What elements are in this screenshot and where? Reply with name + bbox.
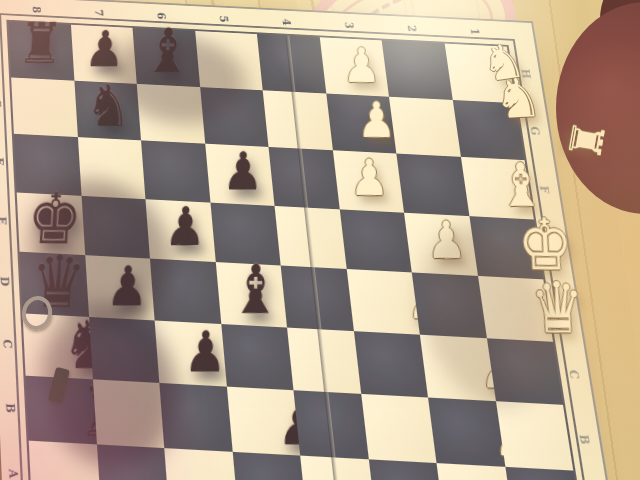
square-f2 (396, 154, 468, 216)
white-queen-d1: ♛ (529, 273, 586, 344)
white-pawn-e2: ♟ (426, 215, 467, 267)
square-a7 (96, 444, 169, 480)
square-c4 (287, 327, 361, 394)
square-g3: ♟ (326, 93, 397, 153)
board-grid: ♜♟♝♟♞♟♟♟♝♚♟♟♚♛♟♝♟♛♞♟♟♜♟♟♟ (6, 20, 586, 480)
board-side-rail (0, 0, 5, 480)
square-c7 (89, 316, 160, 383)
square-e7 (81, 195, 150, 258)
black-bishop-d5: ♝ (229, 257, 282, 325)
square-f3: ♟ (332, 150, 404, 212)
square-g1 (452, 99, 524, 160)
square-g4 (263, 90, 333, 150)
square-e1: ♚ (469, 216, 543, 280)
square-h6: ♝ (133, 28, 200, 87)
square-c2: ♟ (420, 334, 496, 401)
square-h3: ♟ (319, 37, 389, 96)
black-king-e8: ♚ (25, 184, 84, 255)
square-h4 (257, 34, 326, 93)
square-c3 (353, 331, 428, 398)
square-d1: ♛ (477, 276, 553, 341)
white-pawn-f3: ♟ (350, 153, 390, 203)
square-c5 (221, 324, 294, 391)
square-e4 (275, 205, 347, 268)
white-king-e1: ♚ (517, 209, 575, 280)
black-pawn-e6: ♟ (163, 200, 206, 254)
square-d2 (412, 272, 487, 337)
black-pawn-c6: ♟ (183, 324, 227, 381)
white-pawn-h3: ♟ (343, 42, 381, 90)
square-g6 (137, 83, 205, 143)
square-a4 (300, 455, 376, 480)
square-c6: ♟ (155, 320, 227, 387)
square-d7: ♟ (85, 255, 155, 320)
square-d4 (281, 265, 354, 330)
square-h2 (382, 40, 453, 99)
black-pawn-d7: ♟ (106, 259, 150, 314)
black-pawn-h7: ♟ (84, 24, 126, 74)
square-a3 (368, 459, 445, 480)
square-g8 (11, 77, 77, 137)
square-b2: ♟ (428, 398, 505, 467)
square-a8 (29, 440, 101, 480)
square-h5 (195, 31, 263, 90)
black-knight-g7: ♞ (85, 78, 134, 136)
square-d6 (150, 259, 221, 324)
black-rook-h8: ♜ (16, 15, 65, 71)
square-f5: ♟ (205, 144, 275, 206)
square-h7: ♟ (70, 25, 136, 84)
square-e2: ♟ (404, 212, 478, 276)
square-e5 (210, 202, 281, 265)
square-g7: ♞ (74, 80, 141, 140)
square-g5 (200, 87, 269, 147)
square-f7 (77, 137, 145, 199)
square-b3 (361, 394, 437, 463)
square-f4 (269, 147, 340, 209)
board-wrap: 87654321 87654321 HGFEDCBA HGFEDCBA ♜♟♝♟… (0, 0, 640, 480)
square-b6 (159, 383, 232, 451)
black-pawn-f5: ♟ (222, 145, 264, 197)
square-a5 (232, 451, 307, 480)
square-f1: ♝ (460, 157, 533, 219)
square-c1 (486, 338, 563, 405)
square-b7 (92, 379, 164, 447)
chess-photo: 87654321 87654321 HGFEDCBA HGFEDCBA ♜♟♝♟… (0, 0, 640, 480)
square-h8: ♜ (8, 22, 73, 81)
square-b5: ♟ (226, 387, 300, 455)
chess-board: 87654321 87654321 HGFEDCBA HGFEDCBA ♜♟♝♟… (0, 0, 623, 480)
square-e6: ♟ (145, 199, 215, 262)
square-a6: ♟ (164, 448, 238, 480)
square-g2 (389, 96, 460, 157)
square-h1 (444, 44, 515, 103)
square-d5: ♝ (215, 262, 287, 327)
white-bishop-f1: ♝ (497, 155, 546, 215)
square-d3: ♟ (346, 269, 420, 334)
square-b1 (495, 401, 573, 470)
square-f8 (14, 134, 81, 196)
square-b4 (293, 390, 368, 459)
square-e8: ♚ (17, 192, 85, 255)
square-f6 (141, 140, 210, 202)
square-e3 (339, 209, 412, 273)
black-bishop-h6: ♝ (142, 21, 193, 82)
